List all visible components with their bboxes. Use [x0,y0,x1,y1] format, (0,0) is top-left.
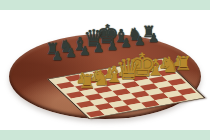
chessboard-grid [51,60,201,118]
chess-set-product-photo: ♜♞♝♛♚♝♞♜♟♟♟♟♟♟♟♟♟♟♟♟♟♟♟♟♜♞♝♛♚♝♞♜ [0,0,210,140]
photo-area: ♜♞♝♛♚♝♞♜♟♟♟♟♟♟♟♟♟♟♟♟♟♟♟♟♜♞♝♛♚♝♞♜ [0,10,210,130]
bottom-border-strip [0,130,210,140]
top-border-strip [0,0,210,10]
round-wooden-board [9,34,201,119]
chessboard-frame [47,58,205,119]
